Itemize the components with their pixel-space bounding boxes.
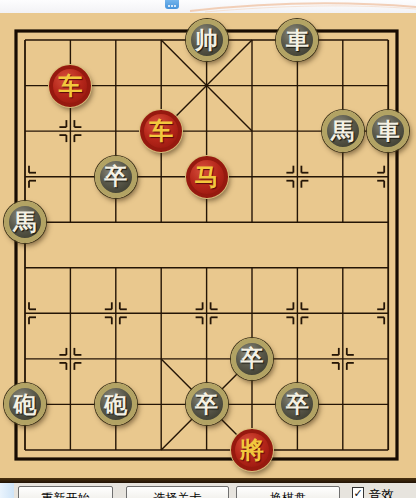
xiangqi-piece-red-车[interactable]: 车	[140, 110, 182, 152]
sound-checkbox[interactable]: ✓	[352, 487, 364, 498]
select-level-button[interactable]: 选择关卡	[126, 486, 229, 498]
xiangqi-piece-dark-車[interactable]: 車	[367, 110, 409, 152]
xiangqi-piece-dark-卒[interactable]: 卒	[231, 338, 273, 380]
xiangqi-piece-dark-砲[interactable]: 砲	[95, 383, 137, 425]
xiangqi-piece-red-马[interactable]: 马	[186, 156, 228, 198]
xiangqi-piece-dark-卒[interactable]: 卒	[95, 156, 137, 198]
game-window: 帅車车车馬車卒马馬卒砲砲卒卒將 重新开始 选择关卡 换棋盘 ✓ 音效	[0, 0, 416, 498]
xiangqi-piece-dark-馬[interactable]: 馬	[4, 201, 46, 243]
bottom-toolbar: 重新开始 选择关卡 换棋盘 ✓ 音效	[0, 483, 416, 498]
xiangqi-piece-dark-帅[interactable]: 帅	[186, 19, 228, 61]
sound-label: 音效	[369, 487, 394, 498]
toolbar-left-strip	[0, 483, 14, 498]
xiangqi-piece-red-车[interactable]: 车	[49, 65, 91, 107]
xiangqi-piece-dark-馬[interactable]: 馬	[322, 110, 364, 152]
xiangqi-board[interactable]: 帅車车车馬車卒马馬卒砲砲卒卒將	[0, 13, 416, 478]
page-top-strip	[0, 0, 416, 14]
xiangqi-piece-red-將[interactable]: 將	[231, 429, 273, 471]
sound-option: ✓ 音效	[352, 487, 394, 498]
decorative-swoosh	[0, 0, 416, 13]
change-board-button[interactable]: 换棋盘	[236, 486, 340, 498]
restart-button[interactable]: 重新开始	[18, 486, 113, 498]
xiangqi-piece-dark-卒[interactable]: 卒	[186, 383, 228, 425]
